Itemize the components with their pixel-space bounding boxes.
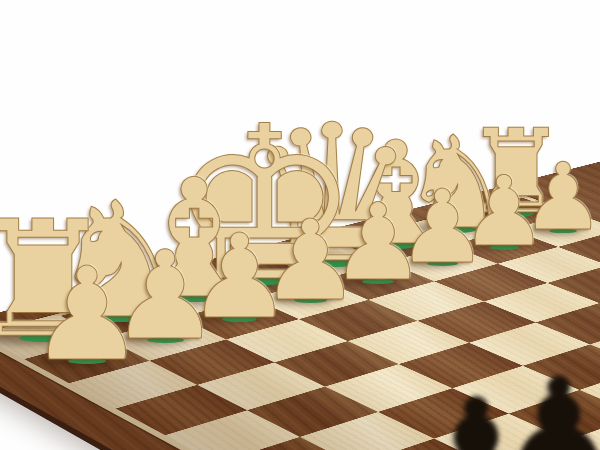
chess-board bbox=[0, 161, 600, 450]
product-photo-stage: ♜♞♟♝♟♛♟♚♟♝♟♞♟♜♟♟♟♟ bbox=[0, 0, 600, 450]
chess-board-grid bbox=[0, 198, 600, 450]
